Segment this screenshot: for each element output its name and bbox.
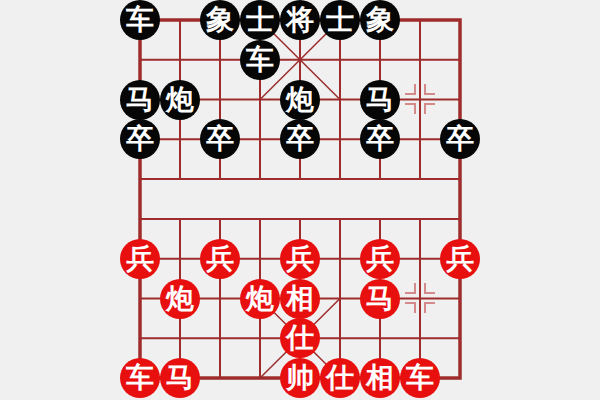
black-soldier[interactable]: 卒 — [120, 119, 160, 159]
black-horse[interactable]: 马 — [360, 80, 400, 120]
piece-layer[interactable]: 车象士将士象车马炮炮马卒卒卒卒卒兵兵兵兵兵炮炮相马仕车马帅仕相车 — [120, 0, 480, 398]
black-cannon[interactable]: 炮 — [280, 80, 320, 120]
black-chariot[interactable]: 车 — [240, 40, 280, 80]
marker-corner — [424, 103, 435, 114]
red-advisor[interactable]: 仕 — [320, 358, 360, 398]
black-soldier[interactable]: 卒 — [280, 119, 320, 159]
marker-corner — [405, 302, 416, 313]
black-advisor[interactable]: 士 — [320, 0, 360, 40]
red-chariot[interactable]: 车 — [120, 358, 160, 398]
last-move-marker — [405, 84, 435, 114]
black-elephant[interactable]: 象 — [360, 0, 400, 40]
red-chariot[interactable]: 车 — [400, 358, 440, 398]
black-soldier[interactable]: 卒 — [440, 119, 480, 159]
red-advisor[interactable]: 仕 — [280, 318, 320, 358]
black-general[interactable]: 将 — [280, 0, 320, 40]
black-horse[interactable]: 马 — [120, 80, 160, 120]
black-cannon[interactable]: 炮 — [160, 80, 200, 120]
marker-corner — [424, 84, 435, 95]
black-soldier[interactable]: 卒 — [360, 119, 400, 159]
black-chariot[interactable]: 车 — [120, 0, 160, 40]
black-advisor[interactable]: 士 — [240, 0, 280, 40]
red-soldier[interactable]: 兵 — [280, 239, 320, 279]
black-elephant[interactable]: 象 — [200, 0, 240, 40]
marker-corner — [405, 103, 416, 114]
red-general[interactable]: 帅 — [280, 358, 320, 398]
marker-corner — [405, 84, 416, 95]
red-horse[interactable]: 马 — [160, 358, 200, 398]
black-soldier[interactable]: 卒 — [200, 119, 240, 159]
last-move-marker — [405, 283, 435, 313]
red-elephant[interactable]: 相 — [360, 358, 400, 398]
red-elephant[interactable]: 相 — [280, 279, 320, 319]
marker-corner — [405, 283, 416, 294]
xiangqi-board[interactable]: 车象士将士象车马炮炮马卒卒卒卒卒兵兵兵兵兵炮炮相马仕车马帅仕相车 — [0, 0, 600, 400]
red-horse[interactable]: 马 — [360, 279, 400, 319]
red-cannon[interactable]: 炮 — [160, 279, 200, 319]
red-cannon[interactable]: 炮 — [240, 279, 280, 319]
marker-corner — [424, 302, 435, 313]
marker-corner — [424, 283, 435, 294]
red-soldier[interactable]: 兵 — [440, 239, 480, 279]
red-soldier[interactable]: 兵 — [360, 239, 400, 279]
red-soldier[interactable]: 兵 — [120, 239, 160, 279]
red-soldier[interactable]: 兵 — [200, 239, 240, 279]
